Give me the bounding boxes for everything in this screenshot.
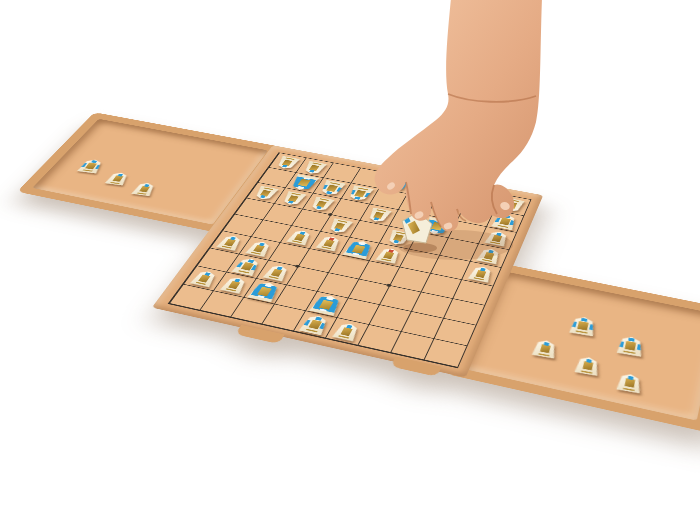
shogi-piece-knight[interactable]: [219, 276, 249, 294]
knight-emblem: [219, 276, 249, 294]
photo-canvas: { "game": "shogi", "scene_description": …: [0, 0, 700, 505]
shogi-piece-silver[interactable]: [616, 335, 645, 357]
pawn-emblem: [574, 355, 602, 376]
shogi-piece-knight[interactable]: [484, 230, 511, 247]
pawn-emblem: [326, 218, 354, 234]
shogi-piece-pawn[interactable]: [574, 355, 602, 376]
pawn-emblem: [262, 264, 291, 282]
shogi-piece-pawn[interactable]: [104, 171, 131, 185]
shogi-piece-knight[interactable]: [301, 161, 327, 176]
pawn-emblem: [216, 234, 245, 251]
shogi-piece-pawn[interactable]: [365, 207, 392, 223]
shogi-piece-pawn[interactable]: [245, 240, 274, 257]
shogi-piece-pawn[interactable]: [616, 372, 643, 393]
lance-emblem: [189, 269, 219, 287]
lance-emblem: [467, 265, 495, 283]
pawn-emblem: [104, 171, 131, 185]
pawn-emblem: [280, 191, 307, 207]
silver-emblem: [568, 315, 597, 336]
pawn-emblem: [131, 182, 158, 196]
shogi-piece-pawn[interactable]: [286, 229, 314, 246]
pawn-emblem: [308, 196, 335, 212]
shogi-piece-pawn[interactable]: [262, 264, 291, 282]
shogi-piece-pawn[interactable]: [216, 234, 245, 251]
shogi-piece-pawn[interactable]: [476, 247, 503, 264]
silver-emblem: [616, 335, 645, 357]
tokin-emblem: [315, 235, 343, 252]
shogi-piece-pawn[interactable]: [131, 182, 158, 196]
pawn-emblem: [245, 240, 274, 257]
shogi-piece-pawn[interactable]: [308, 196, 335, 212]
shogi-piece-silver[interactable]: [76, 158, 105, 173]
shogi-piece-pawn[interactable]: [385, 229, 412, 246]
shogi-piece-lance[interactable]: [189, 269, 219, 287]
silver-emblem: [76, 158, 105, 173]
lance-emblem: [274, 156, 300, 170]
shogi-piece-lance[interactable]: [274, 156, 300, 170]
shogi-set-scene: [0, 53, 700, 505]
shogi-piece-pawn[interactable]: [326, 218, 354, 234]
shogi-piece-pawn[interactable]: [252, 185, 279, 200]
pawn-emblem: [286, 229, 314, 246]
shogi-piece-tokin-promoted[interactable]: [315, 235, 343, 252]
pawn-emblem: [365, 207, 392, 223]
shogi-piece-pawn[interactable]: [280, 191, 307, 207]
pawn-emblem: [252, 185, 279, 200]
shogi-piece-tokin-promoted[interactable]: [375, 246, 403, 263]
knight-emblem: [331, 321, 361, 341]
gold-emblem: [298, 314, 331, 336]
pawn-emblem: [476, 247, 503, 264]
shogi-piece-lance[interactable]: [499, 197, 525, 213]
shogi-piece-knight[interactable]: [331, 321, 361, 341]
shogi-piece-silver[interactable]: [568, 315, 597, 336]
pawn-emblem: [531, 339, 559, 359]
shogi-piece-pawn[interactable]: [531, 339, 559, 359]
lance-emblem: [499, 197, 525, 213]
pawn-emblem: [616, 372, 643, 393]
shogi-piece-lance[interactable]: [467, 265, 495, 283]
knight-emblem: [301, 161, 327, 176]
knight-emblem: [484, 230, 511, 247]
pawn-emblem: [385, 229, 412, 246]
tokin-emblem: [375, 246, 403, 263]
shogi-piece-gold[interactable]: [298, 314, 331, 336]
